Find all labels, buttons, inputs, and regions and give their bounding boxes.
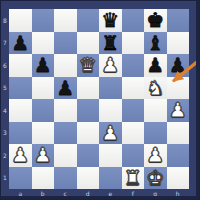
rank-label-1: 1: [1, 167, 9, 190]
black-pawn[interactable]: ♟: [146, 54, 164, 76]
square-g6[interactable]: ♟: [144, 54, 167, 77]
square-d5[interactable]: [77, 77, 100, 100]
white-pawn[interactable]: ♟: [146, 144, 164, 166]
square-d2[interactable]: [77, 144, 100, 167]
square-g8[interactable]: ♚: [144, 9, 167, 32]
square-c8[interactable]: [54, 9, 77, 32]
rank-label-5: 5: [1, 77, 9, 100]
square-a4[interactable]: [9, 99, 32, 122]
square-b8[interactable]: [32, 9, 55, 32]
square-f4[interactable]: [122, 99, 145, 122]
square-c5[interactable]: ♟: [54, 77, 77, 100]
square-g4[interactable]: [144, 99, 167, 122]
square-b5[interactable]: [32, 77, 55, 100]
frame-edge-bottom: [1, 196, 200, 199]
square-a5[interactable]: [9, 77, 32, 100]
rank-label-4: 4: [1, 99, 9, 122]
square-b1[interactable]: [32, 167, 55, 190]
rank-label-8: 8: [1, 9, 9, 32]
square-g7[interactable]: ♝: [144, 32, 167, 55]
square-e2[interactable]: [99, 144, 122, 167]
black-pawn[interactable]: ♟: [56, 77, 74, 99]
black-rook[interactable]: ♜: [101, 32, 119, 54]
square-b6[interactable]: ♟: [32, 54, 55, 77]
square-e8[interactable]: ♛: [99, 9, 122, 32]
square-h3[interactable]: [167, 122, 190, 145]
square-d6[interactable]: ♛: [77, 54, 100, 77]
square-h7[interactable]: [167, 32, 190, 55]
chess-diagram: ♛♚♟♜♝♟♛♟♟♟♟♞♟♟♟♟♟♜♚ abcdefgh 87654321: [0, 0, 200, 200]
square-e5[interactable]: [99, 77, 122, 100]
square-e7[interactable]: ♜: [99, 32, 122, 55]
white-pawn[interactable]: ♟: [101, 54, 119, 76]
square-a1[interactable]: [9, 167, 32, 190]
black-king[interactable]: ♚: [146, 9, 164, 31]
rank-labels: 87654321: [1, 9, 9, 189]
square-c1[interactable]: [54, 167, 77, 190]
square-f7[interactable]: [122, 32, 145, 55]
white-king[interactable]: ♚: [146, 167, 164, 189]
square-c4[interactable]: [54, 99, 77, 122]
square-h4[interactable]: ♟: [167, 99, 190, 122]
white-rook[interactable]: ♜: [124, 167, 142, 189]
square-c6[interactable]: [54, 54, 77, 77]
square-d7[interactable]: [77, 32, 100, 55]
white-pawn[interactable]: ♟: [34, 144, 52, 166]
square-d1[interactable]: [77, 167, 100, 190]
square-d4[interactable]: [77, 99, 100, 122]
rank-label-2: 2: [1, 144, 9, 167]
square-a6[interactable]: [9, 54, 32, 77]
square-h5[interactable]: [167, 77, 190, 100]
square-f1[interactable]: ♜: [122, 167, 145, 190]
square-d3[interactable]: [77, 122, 100, 145]
square-b7[interactable]: [32, 32, 55, 55]
square-g5[interactable]: ♞: [144, 77, 167, 100]
square-a2[interactable]: ♟: [9, 144, 32, 167]
square-e4[interactable]: [99, 99, 122, 122]
black-pawn[interactable]: ♟: [169, 54, 187, 76]
white-pawn[interactable]: ♟: [169, 99, 187, 121]
square-f5[interactable]: [122, 77, 145, 100]
square-a7[interactable]: ♟: [9, 32, 32, 55]
square-a8[interactable]: [9, 9, 32, 32]
black-pawn[interactable]: ♟: [34, 54, 52, 76]
square-c2[interactable]: [54, 144, 77, 167]
square-d8[interactable]: [77, 9, 100, 32]
square-g1[interactable]: ♚: [144, 167, 167, 190]
rank-label-7: 7: [1, 32, 9, 55]
square-e6[interactable]: ♟: [99, 54, 122, 77]
square-e3[interactable]: ♟: [99, 122, 122, 145]
square-f8[interactable]: [122, 9, 145, 32]
square-f2[interactable]: [122, 144, 145, 167]
black-pawn[interactable]: ♟: [11, 32, 29, 54]
black-bishop[interactable]: ♝: [146, 32, 164, 54]
square-f3[interactable]: [122, 122, 145, 145]
square-h1[interactable]: [167, 167, 190, 190]
square-g2[interactable]: ♟: [144, 144, 167, 167]
square-h8[interactable]: [167, 9, 190, 32]
square-b2[interactable]: ♟: [32, 144, 55, 167]
rank-label-3: 3: [1, 122, 9, 145]
white-knight[interactable]: ♞: [146, 77, 164, 99]
white-pawn[interactable]: ♟: [11, 144, 29, 166]
square-c3[interactable]: [54, 122, 77, 145]
square-b3[interactable]: [32, 122, 55, 145]
square-b4[interactable]: [32, 99, 55, 122]
rank-label-6: 6: [1, 54, 9, 77]
square-g3[interactable]: [144, 122, 167, 145]
frame-edge-right: [196, 1, 199, 200]
square-h6[interactable]: ♟: [167, 54, 190, 77]
chess-board: ♛♚♟♜♝♟♛♟♟♟♟♞♟♟♟♟♟♜♚: [9, 9, 189, 189]
white-queen[interactable]: ♛: [79, 54, 97, 76]
white-pawn[interactable]: ♟: [101, 122, 119, 144]
square-f6[interactable]: [122, 54, 145, 77]
square-e1[interactable]: [99, 167, 122, 190]
black-queen[interactable]: ♛: [101, 9, 119, 31]
square-c7[interactable]: [54, 32, 77, 55]
square-h2[interactable]: [167, 144, 190, 167]
square-a3[interactable]: [9, 122, 32, 145]
